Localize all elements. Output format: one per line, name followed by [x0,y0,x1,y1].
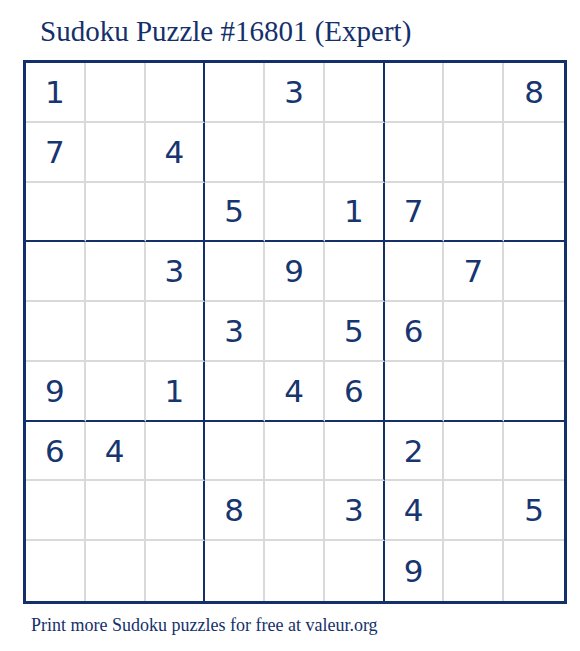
cell-r4c7 [385,242,445,302]
cell-r7c3 [146,422,206,482]
cell-r7c7: 2 [385,422,445,482]
cell-r5c1 [26,302,86,362]
cell-r4c2 [86,242,146,302]
cell-r1c7 [385,63,445,123]
cell-r6c6: 6 [325,362,385,422]
cell-r4c9 [504,242,564,302]
cell-r7c4 [205,422,265,482]
cell-r6c5: 4 [265,362,325,422]
cell-r2c7 [385,123,445,183]
cell-r3c7: 7 [385,183,445,243]
cell-r1c2 [86,63,146,123]
cell-r8c2 [86,481,146,541]
footer-note: Print more Sudoku puzzles for free at va… [31,613,378,637]
cell-r7c6 [325,422,385,482]
cell-r5c8 [444,302,504,362]
cell-r8c4: 8 [205,481,265,541]
cell-r2c4 [205,123,265,183]
cell-r1c8 [444,63,504,123]
cell-r7c8 [444,422,504,482]
cell-r5c6: 5 [325,302,385,362]
cell-r1c5: 3 [265,63,325,123]
cell-r2c5 [265,123,325,183]
cell-r6c1: 9 [26,362,86,422]
cell-r5c9 [504,302,564,362]
page-title: Sudoku Puzzle #16801 (Expert) [40,14,411,48]
cell-r3c4: 5 [205,183,265,243]
cell-r2c8 [444,123,504,183]
cell-r6c3: 1 [146,362,206,422]
cell-r2c6 [325,123,385,183]
cell-r4c5: 9 [265,242,325,302]
cell-r7c9 [504,422,564,482]
cell-r1c4 [205,63,265,123]
cell-r6c2 [86,362,146,422]
cell-r8c3 [146,481,206,541]
cell-r5c7: 6 [385,302,445,362]
cell-r3c5 [265,183,325,243]
cell-r5c5 [265,302,325,362]
cell-r9c8 [444,541,504,601]
cell-r9c3 [146,541,206,601]
cell-r4c6 [325,242,385,302]
cell-r7c1: 6 [26,422,86,482]
cell-r8c8 [444,481,504,541]
cell-r7c2: 4 [86,422,146,482]
cell-r6c9 [504,362,564,422]
cell-r9c7: 9 [385,541,445,601]
cell-r3c8 [444,183,504,243]
cell-r6c4 [205,362,265,422]
cell-r8c5 [265,481,325,541]
cell-r9c5 [265,541,325,601]
cell-r2c3: 4 [146,123,206,183]
cell-r3c9 [504,183,564,243]
cell-r1c6 [325,63,385,123]
cell-r8c9: 5 [504,481,564,541]
sudoku-board: 13874517397356914664283459 [23,60,567,604]
cell-r1c3 [146,63,206,123]
cell-r7c5 [265,422,325,482]
cell-r8c7: 4 [385,481,445,541]
cell-r5c4: 3 [205,302,265,362]
cell-r3c2 [86,183,146,243]
cell-r2c2 [86,123,146,183]
cell-r3c1 [26,183,86,243]
cell-r2c9 [504,123,564,183]
cell-r6c7 [385,362,445,422]
cell-r5c3 [146,302,206,362]
cell-r9c9 [504,541,564,601]
cell-r1c9: 8 [504,63,564,123]
cell-r3c3 [146,183,206,243]
cell-r5c2 [86,302,146,362]
cell-r2c1: 7 [26,123,86,183]
cell-r9c1 [26,541,86,601]
cell-r1c1: 1 [26,63,86,123]
cell-r8c1 [26,481,86,541]
cell-r6c8 [444,362,504,422]
cell-r8c6: 3 [325,481,385,541]
cell-r9c4 [205,541,265,601]
cell-r9c6 [325,541,385,601]
cell-r4c4 [205,242,265,302]
cell-r9c2 [86,541,146,601]
cell-r4c8: 7 [444,242,504,302]
cell-r4c3: 3 [146,242,206,302]
cell-r3c6: 1 [325,183,385,243]
cell-r4c1 [26,242,86,302]
